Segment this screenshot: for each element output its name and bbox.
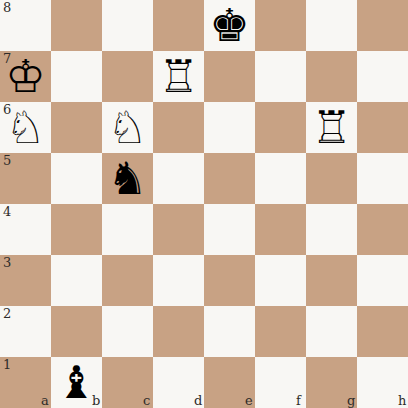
square-f1[interactable] — [255, 357, 306, 408]
square-h1[interactable] — [357, 357, 408, 408]
square-d8[interactable] — [153, 0, 204, 51]
square-h2[interactable] — [357, 306, 408, 357]
square-h5[interactable] — [357, 153, 408, 204]
square-g4[interactable] — [306, 204, 357, 255]
square-c8[interactable] — [102, 0, 153, 51]
square-a2[interactable] — [0, 306, 51, 357]
square-g8[interactable] — [306, 0, 357, 51]
square-d2[interactable] — [153, 306, 204, 357]
square-c3[interactable] — [102, 255, 153, 306]
square-b1[interactable]: ♝ — [51, 357, 102, 408]
square-a4[interactable] — [0, 204, 51, 255]
piece-white-rook[interactable]: ♖ — [158, 51, 198, 102]
square-f5[interactable] — [255, 153, 306, 204]
square-g1[interactable] — [306, 357, 357, 408]
square-b6[interactable] — [51, 102, 102, 153]
square-a8[interactable] — [0, 0, 51, 51]
square-h8[interactable] — [357, 0, 408, 51]
chess-board-container: ♚♔♖♘♘♖♞♝ 87654321abcdefgh — [0, 0, 408, 408]
square-c5[interactable]: ♞ — [102, 153, 153, 204]
square-f6[interactable] — [255, 102, 306, 153]
square-c2[interactable] — [102, 306, 153, 357]
square-f4[interactable] — [255, 204, 306, 255]
square-f3[interactable] — [255, 255, 306, 306]
square-e6[interactable] — [204, 102, 255, 153]
square-h4[interactable] — [357, 204, 408, 255]
square-b5[interactable] — [51, 153, 102, 204]
square-a3[interactable] — [0, 255, 51, 306]
square-d5[interactable] — [153, 153, 204, 204]
square-g5[interactable] — [306, 153, 357, 204]
square-d4[interactable] — [153, 204, 204, 255]
piece-black-bishop[interactable]: ♝ — [56, 357, 96, 408]
piece-white-knight[interactable]: ♘ — [107, 102, 147, 153]
square-g2[interactable] — [306, 306, 357, 357]
square-e4[interactable] — [204, 204, 255, 255]
square-g6[interactable]: ♖ — [306, 102, 357, 153]
square-g3[interactable] — [306, 255, 357, 306]
square-e5[interactable] — [204, 153, 255, 204]
square-h3[interactable] — [357, 255, 408, 306]
square-h6[interactable] — [357, 102, 408, 153]
square-f8[interactable] — [255, 0, 306, 51]
square-a1[interactable] — [0, 357, 51, 408]
square-g7[interactable] — [306, 51, 357, 102]
square-c7[interactable] — [102, 51, 153, 102]
square-d6[interactable] — [153, 102, 204, 153]
piece-black-king[interactable]: ♚ — [209, 0, 249, 51]
square-d1[interactable] — [153, 357, 204, 408]
square-a7[interactable]: ♔ — [0, 51, 51, 102]
square-b3[interactable] — [51, 255, 102, 306]
square-b4[interactable] — [51, 204, 102, 255]
square-e2[interactable] — [204, 306, 255, 357]
piece-white-king[interactable]: ♔ — [5, 51, 45, 102]
square-e8[interactable]: ♚ — [204, 0, 255, 51]
square-a5[interactable] — [0, 153, 51, 204]
square-e7[interactable] — [204, 51, 255, 102]
square-d7[interactable]: ♖ — [153, 51, 204, 102]
square-c6[interactable]: ♘ — [102, 102, 153, 153]
square-b7[interactable] — [51, 51, 102, 102]
square-b8[interactable] — [51, 0, 102, 51]
square-d3[interactable] — [153, 255, 204, 306]
square-e3[interactable] — [204, 255, 255, 306]
chess-board: ♚♔♖♘♘♖♞♝ — [0, 0, 408, 408]
square-f7[interactable] — [255, 51, 306, 102]
square-e1[interactable] — [204, 357, 255, 408]
square-h7[interactable] — [357, 51, 408, 102]
piece-white-rook[interactable]: ♖ — [311, 102, 351, 153]
square-c1[interactable] — [102, 357, 153, 408]
square-b2[interactable] — [51, 306, 102, 357]
square-c4[interactable] — [102, 204, 153, 255]
square-f2[interactable] — [255, 306, 306, 357]
square-a6[interactable]: ♘ — [0, 102, 51, 153]
piece-black-knight[interactable]: ♞ — [107, 153, 147, 204]
piece-white-knight[interactable]: ♘ — [5, 102, 45, 153]
